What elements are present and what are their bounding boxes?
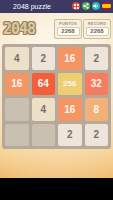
tile-16: 16: [58, 98, 82, 121]
tile-2: 2: [32, 47, 56, 70]
score-box: PUNTOS 2268: [54, 19, 82, 39]
game-background: 2048 PUNTOS 2268 RECORD 2268 42162166425…: [0, 13, 113, 178]
tile-2: 2: [85, 47, 109, 70]
navbar-actions: [72, 2, 111, 10]
record-value: 2268: [86, 27, 109, 36]
tile-16: 16: [58, 47, 82, 70]
tile-4: 4: [5, 47, 29, 70]
sound-icon-glyph: [93, 3, 99, 9]
tile-256: 256: [58, 73, 82, 96]
share-icon-glyph: [83, 3, 89, 9]
tile-2: 2: [58, 124, 82, 147]
board[interactable]: 42162166425632416822: [2, 44, 111, 149]
apps-icon-glyph: [74, 4, 79, 9]
language-flag-spain-icon[interactable]: [102, 2, 111, 10]
share-icon[interactable]: [82, 2, 90, 10]
tile-8: 8: [85, 98, 109, 121]
empty-cell: [32, 124, 56, 147]
empty-cell: [5, 124, 29, 147]
navigation-bar: 2048 puzzle: [0, 0, 113, 13]
apps-icon[interactable]: [72, 2, 80, 10]
app-window: 2048 puzzle: [0, 0, 113, 200]
empty-cell: [5, 98, 29, 121]
record-box: RECORD 2268: [83, 19, 111, 39]
game-logo: 2048: [3, 20, 35, 38]
record-label: RECORD: [84, 21, 110, 26]
score-label: PUNTOS: [55, 21, 81, 26]
sound-icon[interactable]: [92, 2, 100, 10]
app-title: 2048 puzzle: [0, 0, 64, 13]
score-value: 2268: [57, 27, 80, 36]
tile-64: 64: [32, 73, 56, 96]
tile-4: 4: [32, 98, 56, 121]
score-panel: PUNTOS 2268 RECORD 2268: [54, 19, 111, 39]
game-header: 2048 PUNTOS 2268 RECORD 2268: [3, 19, 111, 39]
tile-32: 32: [85, 73, 109, 96]
tile-2: 2: [85, 124, 109, 147]
ad-bar: [0, 178, 113, 200]
tile-16: 16: [5, 73, 29, 96]
